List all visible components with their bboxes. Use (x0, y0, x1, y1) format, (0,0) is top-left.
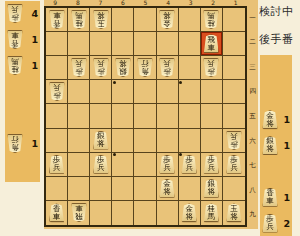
kanji-pawn: 兵 (208, 60, 216, 68)
square-6-9[interactable] (112, 201, 134, 225)
square-5-7[interactable] (134, 153, 156, 177)
kanji-silver: 将 (266, 145, 274, 153)
square-3-8[interactable] (179, 177, 201, 201)
kanji-pawn: 兵 (53, 164, 61, 172)
gote-pawn[interactable]: 歩兵 (226, 131, 242, 150)
sente-hand-slot-1[interactable] (260, 55, 292, 81)
square-3-5[interactable] (179, 104, 201, 128)
sente-hand-slot-3[interactable]: 金将1 (260, 107, 292, 133)
sente-hand-slot-4[interactable]: 銀将1 (260, 133, 292, 159)
kanji-king: 玉 (97, 20, 105, 28)
square-4-8[interactable]: 金将 (157, 177, 179, 201)
square-7-5[interactable] (90, 104, 112, 128)
gote-rook[interactable]: 飛車 (71, 203, 87, 222)
gote-hand-slot-4[interactable] (5, 79, 40, 105)
square-2-2[interactable]: 飛車 (201, 32, 223, 56)
shogi-analysis-window: 歩兵4香車1桂馬1角行1 987654321 香車桂馬玉将金将桂馬飛車歩兵歩兵銀… (0, 0, 300, 236)
square-5-1[interactable] (134, 8, 156, 32)
square-1-2[interactable] (223, 32, 245, 56)
kanji-knight: 馬 (208, 213, 216, 221)
kanji-pawn: 歩 (53, 92, 61, 100)
square-4-3[interactable]: 歩兵 (157, 56, 179, 80)
sente-pawn[interactable]: 歩兵 (181, 155, 197, 174)
kanji-knight: 馬 (11, 58, 19, 66)
square-8-3[interactable]: 歩兵 (68, 56, 90, 80)
square-5-6[interactable] (134, 129, 156, 153)
sente-hand-slot-5[interactable] (260, 158, 292, 184)
gote-gold[interactable]: 金将 (159, 10, 175, 29)
square-2-6[interactable] (201, 129, 223, 153)
rank-label-3: 三 (247, 55, 258, 80)
gote-hand-slot-6[interactable]: 角行1 (5, 130, 40, 156)
kanji-silver: 将 (208, 188, 216, 196)
square-4-4[interactable] (157, 80, 179, 104)
gote-lance[interactable]: 香車 (7, 30, 23, 49)
sente-silver[interactable]: 銀将 (93, 131, 109, 150)
square-3-6[interactable] (179, 129, 201, 153)
sente-hand-count-silver: 1 (283, 140, 290, 151)
square-7-2[interactable] (90, 32, 112, 56)
kanji-gold: 将 (163, 12, 171, 20)
gote-knight[interactable]: 桂馬 (203, 10, 219, 29)
kanji-silver: 将 (119, 60, 127, 68)
square-5-2[interactable] (134, 32, 156, 56)
square-6-3[interactable]: 銀将 (112, 56, 134, 80)
square-2-9[interactable]: 桂馬 (201, 201, 223, 225)
square-3-9[interactable]: 金将 (179, 201, 201, 225)
kanji-pawn: 兵 (230, 164, 238, 172)
sente-pawn[interactable]: 歩兵 (262, 214, 278, 233)
square-5-5[interactable] (134, 104, 156, 128)
gote-hand-count-knight: 1 (31, 60, 38, 71)
gote-hand-slot-5[interactable] (5, 104, 40, 130)
kanji-pawn: 歩 (11, 14, 19, 22)
sente-lance[interactable]: 香車 (49, 203, 65, 222)
gote-hand-count-bishop: 1 (31, 138, 38, 149)
square-6-4[interactable] (112, 80, 134, 104)
kanji-knight: 馬 (75, 12, 83, 20)
kanji-pawn: 歩 (75, 68, 83, 76)
square-5-4[interactable] (134, 80, 156, 104)
square-9-2[interactable] (46, 32, 68, 56)
square-8-2[interactable] (68, 32, 90, 56)
square-8-7[interactable] (68, 153, 90, 177)
kanji-pawn: 兵 (208, 164, 216, 172)
board-panel: 987654321 香車桂馬玉将金将桂馬飛車歩兵歩兵銀将角行歩兵歩兵歩兵銀将歩兵… (44, 0, 258, 229)
square-5-9[interactable] (134, 201, 156, 225)
kanji-lance: 車 (53, 213, 61, 221)
square-7-9[interactable] (90, 201, 112, 225)
kanji-lance: 香 (11, 40, 19, 48)
gote-hand-count-pawn: 4 (31, 8, 38, 19)
square-3-7[interactable]: 歩兵 (179, 153, 201, 177)
square-7-6[interactable]: 銀将 (90, 129, 112, 153)
kanji-knight: 桂 (208, 20, 216, 28)
square-1-6[interactable]: 歩兵 (223, 129, 245, 153)
square-4-6[interactable] (157, 129, 179, 153)
sente-lance[interactable]: 香車 (262, 188, 278, 207)
kanji-knight: 桂 (11, 66, 19, 74)
square-9-9[interactable]: 香車 (46, 201, 68, 225)
gote-knight[interactable]: 桂馬 (7, 56, 23, 75)
sente-gold[interactable]: 金将 (262, 110, 278, 129)
square-9-8[interactable] (46, 177, 68, 201)
square-8-1[interactable]: 桂馬 (68, 8, 90, 32)
kanji-pawn: 兵 (185, 164, 193, 172)
square-2-5[interactable] (201, 104, 223, 128)
sente-rook[interactable]: 飛車 (203, 34, 219, 53)
square-1-7[interactable]: 歩兵 (223, 153, 245, 177)
gote-hand-tray: 歩兵4香車1桂馬1角行1 (5, 1, 40, 182)
square-1-8[interactable] (223, 177, 245, 201)
kanji-lance: 車 (266, 197, 274, 205)
square-5-8[interactable] (134, 177, 156, 201)
kanji-rook: 車 (75, 205, 83, 213)
sente-pawn[interactable]: 歩兵 (49, 155, 65, 174)
kanji-gold: 将 (266, 120, 274, 128)
kanji-pawn: 歩 (97, 68, 105, 76)
gote-pawn[interactable]: 歩兵 (7, 4, 23, 23)
square-8-4[interactable] (68, 80, 90, 104)
square-6-1[interactable] (112, 8, 134, 32)
sente-gold[interactable]: 金将 (181, 203, 197, 222)
kanji-knight: 桂 (75, 20, 83, 28)
kanji-gold: 将 (185, 213, 193, 221)
gote-hand-slot-1[interactable]: 歩兵4 (5, 1, 40, 27)
square-2-7[interactable]: 歩兵 (201, 153, 223, 177)
kanji-pawn: 歩 (208, 68, 216, 76)
gote-knight[interactable]: 桂馬 (71, 10, 87, 29)
sente-hand-count-pawn: 2 (283, 218, 290, 229)
square-4-2[interactable] (157, 32, 179, 56)
sente-hand-slot-7[interactable]: 歩兵2 (260, 210, 292, 236)
kanji-pawn: 兵 (163, 164, 171, 172)
gote-pawn[interactable]: 歩兵 (71, 58, 87, 77)
sente-silver[interactable]: 銀将 (203, 179, 219, 198)
gote-hand-slot-2[interactable]: 香車1 (5, 27, 40, 53)
kanji-pawn: 兵 (11, 6, 19, 14)
square-4-1[interactable]: 金将 (157, 8, 179, 32)
square-7-8[interactable] (90, 177, 112, 201)
shogi-board: 香車桂馬玉将金将桂馬飛車歩兵歩兵銀将角行歩兵歩兵歩兵銀将歩兵歩兵歩兵歩兵歩兵歩兵… (44, 6, 247, 227)
kanji-silver: 将 (97, 140, 105, 148)
sente-pawn[interactable]: 歩兵 (203, 155, 219, 174)
gote-hand-slot-7[interactable] (5, 156, 40, 182)
rank-label-1: 一 (247, 6, 258, 31)
rank-label-4: 四 (247, 80, 258, 105)
sente-hand-tray: 金将1銀将1香車1歩兵2 (260, 55, 292, 236)
square-4-7[interactable]: 歩兵 (157, 153, 179, 177)
square-3-4[interactable] (179, 80, 201, 104)
kanji-bishop: 行 (141, 60, 149, 68)
gote-lance[interactable]: 香車 (49, 10, 65, 29)
kanji-pawn: 兵 (163, 60, 171, 68)
square-9-7[interactable]: 歩兵 (46, 153, 68, 177)
status-turn-label: 後手番 (259, 34, 299, 46)
kanji-bishop: 角 (141, 68, 149, 76)
status-analyzing-label: 検討中 (259, 6, 299, 18)
gote-pawn[interactable]: 歩兵 (49, 82, 65, 101)
kanji-rook: 車 (208, 44, 216, 52)
square-8-5[interactable] (68, 104, 90, 128)
sente-hand-slot-6[interactable]: 香車1 (260, 184, 292, 210)
square-4-5[interactable] (157, 104, 179, 128)
sente-pawn[interactable]: 歩兵 (159, 155, 175, 174)
square-1-9[interactable]: 玉将 (223, 201, 245, 225)
status-panel: 検討中 後手番 (259, 6, 299, 62)
kanji-king: 将 (230, 213, 238, 221)
sente-gold[interactable]: 金将 (159, 179, 175, 198)
kanji-lance: 車 (11, 32, 19, 40)
gote-king[interactable]: 玉将 (93, 10, 109, 29)
gote-hand-slot-3[interactable]: 桂馬1 (5, 53, 40, 79)
kanji-bishop: 行 (11, 135, 19, 143)
rank-labels: 一二三四五六七八九 (247, 6, 258, 227)
square-6-8[interactable] (112, 177, 134, 201)
square-4-9[interactable] (157, 201, 179, 225)
square-1-5[interactable] (223, 104, 245, 128)
kanji-pawn: 兵 (230, 132, 238, 140)
kanji-gold: 将 (163, 188, 171, 196)
square-7-7[interactable]: 歩兵 (90, 153, 112, 177)
gote-bishop[interactable]: 角行 (137, 58, 153, 77)
square-6-5[interactable] (112, 104, 134, 128)
kanji-pawn: 歩 (163, 68, 171, 76)
sente-silver[interactable]: 銀将 (262, 136, 278, 155)
rank-label-7: 七 (247, 153, 258, 178)
gote-pawn[interactable]: 歩兵 (93, 58, 109, 77)
square-2-8[interactable]: 銀将 (201, 177, 223, 201)
kanji-pawn: 兵 (75, 60, 83, 68)
sente-pawn[interactable]: 歩兵 (226, 155, 242, 174)
rank-label-9: 九 (247, 202, 258, 227)
kanji-knight: 馬 (208, 12, 216, 20)
square-7-4[interactable] (90, 80, 112, 104)
square-9-4[interactable]: 歩兵 (46, 80, 68, 104)
kanji-rook: 飛 (75, 213, 83, 221)
square-3-2[interactable] (179, 32, 201, 56)
kanji-pawn: 兵 (266, 223, 274, 231)
square-6-2[interactable] (112, 32, 134, 56)
kanji-pawn: 兵 (53, 84, 61, 92)
kanji-king: 将 (97, 12, 105, 20)
kanji-silver: 銀 (119, 68, 127, 76)
kanji-lance: 香 (53, 20, 61, 28)
rank-label-5: 五 (247, 104, 258, 129)
gote-pawn[interactable]: 歩兵 (203, 58, 219, 77)
gote-silver[interactable]: 銀将 (115, 58, 131, 77)
square-2-4[interactable] (201, 80, 223, 104)
sente-knight[interactable]: 桂馬 (203, 203, 219, 222)
square-8-9[interactable]: 飛車 (68, 201, 90, 225)
square-8-8[interactable] (68, 177, 90, 201)
sente-hand-count-lance: 1 (283, 192, 290, 203)
square-3-3[interactable] (179, 56, 201, 80)
kanji-pawn: 兵 (97, 164, 105, 172)
kanji-gold: 金 (163, 20, 171, 28)
sente-pawn[interactable]: 歩兵 (93, 155, 109, 174)
square-7-1[interactable]: 玉将 (90, 8, 112, 32)
kanji-pawn: 歩 (230, 140, 238, 148)
square-1-4[interactable] (223, 80, 245, 104)
square-8-6[interactable] (68, 129, 90, 153)
square-1-3[interactable] (223, 56, 245, 80)
square-3-1[interactable] (179, 8, 201, 32)
square-9-5[interactable] (46, 104, 68, 128)
gote-pawn[interactable]: 歩兵 (159, 58, 175, 77)
square-5-3[interactable]: 角行 (134, 56, 156, 80)
square-2-1[interactable]: 桂馬 (201, 8, 223, 32)
square-9-3[interactable] (46, 56, 68, 80)
gote-hand-count-lance: 1 (31, 34, 38, 45)
square-9-1[interactable]: 香車 (46, 8, 68, 32)
rank-label-6: 六 (247, 129, 258, 154)
kanji-pawn: 兵 (97, 60, 105, 68)
rank-label-8: 八 (247, 178, 258, 203)
square-7-3[interactable]: 歩兵 (90, 56, 112, 80)
kanji-bishop: 角 (11, 143, 19, 151)
square-6-6[interactable] (112, 129, 134, 153)
rank-label-2: 二 (247, 31, 258, 56)
square-2-3[interactable]: 歩兵 (201, 56, 223, 80)
square-9-6[interactable] (46, 129, 68, 153)
sente-hand-slot-2[interactable] (260, 81, 292, 107)
sente-king[interactable]: 玉将 (226, 203, 242, 222)
sente-hand-count-gold: 1 (283, 114, 290, 125)
gote-bishop[interactable]: 角行 (7, 134, 23, 153)
square-6-7[interactable] (112, 153, 134, 177)
kanji-lance: 車 (53, 12, 61, 20)
square-1-1[interactable] (223, 8, 245, 32)
